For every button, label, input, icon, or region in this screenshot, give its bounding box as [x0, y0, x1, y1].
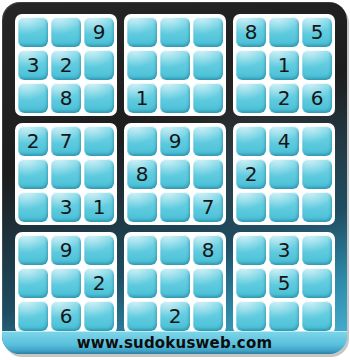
cell-r7c3[interactable] — [84, 235, 114, 265]
cell-r1c4[interactable] — [127, 17, 157, 47]
cell-r2c4[interactable] — [127, 50, 157, 80]
cell-r8c6[interactable] — [193, 268, 223, 298]
cell-r1c5[interactable] — [160, 17, 190, 47]
cell-r6c9[interactable] — [302, 192, 332, 222]
cell-r3c1[interactable] — [18, 83, 48, 113]
cell-r2c7[interactable] — [236, 50, 266, 80]
cell-r4c3[interactable] — [84, 126, 114, 156]
cell-r8c8[interactable]: 5 — [269, 268, 299, 298]
cell-r8c3[interactable]: 2 — [84, 268, 114, 298]
cell-r4c2[interactable]: 7 — [51, 126, 81, 156]
cell-r5c5[interactable] — [160, 159, 190, 189]
block-1: 9328 — [15, 14, 117, 116]
cell-r3c5[interactable] — [160, 83, 190, 113]
cell-r1c8[interactable] — [269, 17, 299, 47]
cell-r8c1[interactable] — [18, 268, 48, 298]
cell-r2c8[interactable]: 1 — [269, 50, 299, 80]
cell-r9c5[interactable]: 2 — [160, 301, 190, 331]
cell-r4c9[interactable] — [302, 126, 332, 156]
cell-r6c2[interactable]: 3 — [51, 192, 81, 222]
block-7: 926 — [15, 232, 117, 334]
cell-r8c5[interactable] — [160, 268, 190, 298]
cell-r4c4[interactable] — [127, 126, 157, 156]
cell-r4c1[interactable]: 2 — [18, 126, 48, 156]
board-frame: 93281851262731987429268235 www.sudokuswe… — [2, 2, 347, 354]
cell-r4c7[interactable] — [236, 126, 266, 156]
block-9: 35 — [233, 232, 335, 334]
cell-r1c3[interactable]: 9 — [84, 17, 114, 47]
cell-r7c5[interactable] — [160, 235, 190, 265]
cell-r8c4[interactable] — [127, 268, 157, 298]
cell-r2c2[interactable]: 2 — [51, 50, 81, 80]
cell-r5c4[interactable]: 8 — [127, 159, 157, 189]
cell-r7c7[interactable] — [236, 235, 266, 265]
cell-r8c9[interactable] — [302, 268, 332, 298]
sudoku-board: 93281851262731987429268235 — [15, 14, 335, 334]
cell-r3c3[interactable] — [84, 83, 114, 113]
cell-r9c3[interactable] — [84, 301, 114, 331]
cell-r3c2[interactable]: 8 — [51, 83, 81, 113]
cell-r2c5[interactable] — [160, 50, 190, 80]
cell-r5c7[interactable]: 2 — [236, 159, 266, 189]
cell-r8c2[interactable] — [51, 268, 81, 298]
cell-r6c8[interactable] — [269, 192, 299, 222]
cell-r7c2[interactable]: 9 — [51, 235, 81, 265]
cell-r3c8[interactable]: 2 — [269, 83, 299, 113]
cell-r9c7[interactable] — [236, 301, 266, 331]
cell-r7c8[interactable]: 3 — [269, 235, 299, 265]
cell-r9c9[interactable] — [302, 301, 332, 331]
cell-r4c6[interactable] — [193, 126, 223, 156]
cell-r3c7[interactable] — [236, 83, 266, 113]
cell-r4c5[interactable]: 9 — [160, 126, 190, 156]
cell-r6c5[interactable] — [160, 192, 190, 222]
cell-r7c4[interactable] — [127, 235, 157, 265]
cell-r9c4[interactable] — [127, 301, 157, 331]
cell-r1c6[interactable] — [193, 17, 223, 47]
cell-r8c7[interactable] — [236, 268, 266, 298]
cell-r3c4[interactable]: 1 — [127, 83, 157, 113]
cell-r7c9[interactable] — [302, 235, 332, 265]
cell-r9c2[interactable]: 6 — [51, 301, 81, 331]
block-8: 82 — [124, 232, 226, 334]
cell-r5c2[interactable] — [51, 159, 81, 189]
cell-r1c2[interactable] — [51, 17, 81, 47]
cell-r1c9[interactable]: 5 — [302, 17, 332, 47]
cell-r9c8[interactable] — [269, 301, 299, 331]
cell-r5c8[interactable] — [269, 159, 299, 189]
cell-r2c9[interactable] — [302, 50, 332, 80]
cell-r2c3[interactable] — [84, 50, 114, 80]
block-3: 85126 — [233, 14, 335, 116]
cell-r5c1[interactable] — [18, 159, 48, 189]
cell-r4c8[interactable]: 4 — [269, 126, 299, 156]
cell-r2c1[interactable]: 3 — [18, 50, 48, 80]
cell-r6c6[interactable]: 7 — [193, 192, 223, 222]
cell-r9c6[interactable] — [193, 301, 223, 331]
cell-r6c4[interactable] — [127, 192, 157, 222]
cell-r5c9[interactable] — [302, 159, 332, 189]
cell-r1c1[interactable] — [18, 17, 48, 47]
block-5: 987 — [124, 123, 226, 225]
cell-r5c3[interactable] — [84, 159, 114, 189]
cell-r6c7[interactable] — [236, 192, 266, 222]
site-url: www.sudokusweb.com — [2, 331, 347, 354]
cell-r3c9[interactable]: 6 — [302, 83, 332, 113]
cell-r1c7[interactable]: 8 — [236, 17, 266, 47]
cell-r6c1[interactable] — [18, 192, 48, 222]
cell-r7c6[interactable]: 8 — [193, 235, 223, 265]
cell-r2c6[interactable] — [193, 50, 223, 80]
cell-r3c6[interactable] — [193, 83, 223, 113]
cell-r9c1[interactable] — [18, 301, 48, 331]
cell-r6c3[interactable]: 1 — [84, 192, 114, 222]
cell-r5c6[interactable] — [193, 159, 223, 189]
block-4: 2731 — [15, 123, 117, 225]
block-2: 1 — [124, 14, 226, 116]
block-6: 42 — [233, 123, 335, 225]
cell-r7c1[interactable] — [18, 235, 48, 265]
